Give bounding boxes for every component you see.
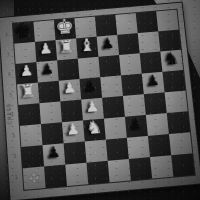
square-g1 xyxy=(150,155,173,178)
square-a8: ♚ xyxy=(13,22,35,44)
square-d3: ♞ xyxy=(83,119,106,142)
square-h6: ♞ xyxy=(160,50,183,72)
square-a3 xyxy=(20,124,43,147)
square-b4 xyxy=(39,101,62,124)
square-d2 xyxy=(85,140,108,163)
rank-label-1: 1 xyxy=(14,174,18,180)
square-g7 xyxy=(138,31,161,53)
square-e7: ♟ xyxy=(97,35,119,57)
square-b6: ♟ xyxy=(36,60,58,82)
rank-label-3: 3 xyxy=(12,132,16,138)
square-h5 xyxy=(162,70,185,92)
square-e8 xyxy=(95,15,117,37)
square-c5: ♟ xyxy=(59,79,82,101)
square-g8 xyxy=(136,11,158,33)
black-pawn-e7: ♟ xyxy=(96,32,118,54)
square-g5: ♟ xyxy=(142,72,165,94)
square-a1: ✥ xyxy=(23,166,46,189)
square-c6 xyxy=(57,59,79,81)
square-g4 xyxy=(144,92,167,115)
square-f3: ♟ xyxy=(125,115,148,138)
square-e4 xyxy=(102,96,125,119)
white-rook-c7: ♜ xyxy=(55,35,77,57)
square-c3: ♟ xyxy=(62,120,85,143)
square-f1 xyxy=(129,157,152,180)
square-a7 xyxy=(14,42,36,64)
square-f2 xyxy=(127,136,150,159)
square-a5: ♜ xyxy=(17,83,39,105)
black-knight-h6: ♞ xyxy=(160,47,183,69)
chess-board-frame: 87654321 CHESS ♚♚♟♜♝♟♟♟♞♜♟♟♟♟♟♞♟♟✥ xyxy=(0,2,200,200)
square-e6 xyxy=(98,55,121,77)
square-e5 xyxy=(100,75,123,97)
square-a2 xyxy=(21,145,44,168)
square-d7: ♝ xyxy=(76,37,98,59)
rank-label-6: 6 xyxy=(8,71,12,77)
rank-label-5: 5 xyxy=(9,91,13,97)
square-e3 xyxy=(104,117,127,140)
square-b3 xyxy=(41,122,64,145)
square-c1 xyxy=(65,163,88,186)
board-grid: ♚♚♟♜♝♟♟♟♞♜♟♟♟♟♟♞♟♟✥ xyxy=(12,9,196,191)
rank-label-7: 7 xyxy=(6,52,10,58)
square-d4: ♟ xyxy=(81,98,104,121)
square-b7: ♟ xyxy=(35,40,57,62)
square-d8 xyxy=(74,17,96,39)
white-king-c8: ♚ xyxy=(54,16,76,38)
square-c4 xyxy=(60,100,83,123)
white-bishop-d7: ♝ xyxy=(76,34,98,56)
square-h8 xyxy=(156,10,179,32)
square-c7: ♜ xyxy=(55,38,77,60)
square-h4 xyxy=(165,91,188,114)
square-f8 xyxy=(115,13,137,35)
square-d1 xyxy=(86,161,109,184)
square-f4 xyxy=(123,94,146,117)
square-h7 xyxy=(158,30,181,52)
square-f7 xyxy=(117,33,140,55)
square-b8 xyxy=(33,20,55,42)
square-b2: ♟ xyxy=(42,143,65,166)
black-king-a8: ♚ xyxy=(13,19,35,41)
square-c8: ♚ xyxy=(54,18,76,40)
square-b5 xyxy=(38,81,60,103)
square-h3 xyxy=(167,111,190,134)
square-f6 xyxy=(119,53,142,75)
square-e2 xyxy=(106,138,129,161)
square-b1 xyxy=(44,165,67,188)
rank-label-8: 8 xyxy=(5,32,9,38)
square-h2 xyxy=(169,132,192,155)
square-c2 xyxy=(64,141,87,164)
square-d5: ♟ xyxy=(79,77,102,99)
corner-emblem-icon: ✥ xyxy=(23,166,46,189)
square-a6: ♟ xyxy=(16,62,38,84)
square-g6 xyxy=(140,51,163,73)
square-g2 xyxy=(148,134,171,157)
white-pawn-b7: ♟ xyxy=(35,37,57,59)
square-f5 xyxy=(121,74,144,96)
square-a4 xyxy=(18,103,40,126)
square-g3 xyxy=(146,113,169,136)
rank-label-2: 2 xyxy=(13,153,17,159)
square-e1 xyxy=(108,159,131,182)
square-d6 xyxy=(78,57,100,79)
square-h1 xyxy=(171,153,194,176)
